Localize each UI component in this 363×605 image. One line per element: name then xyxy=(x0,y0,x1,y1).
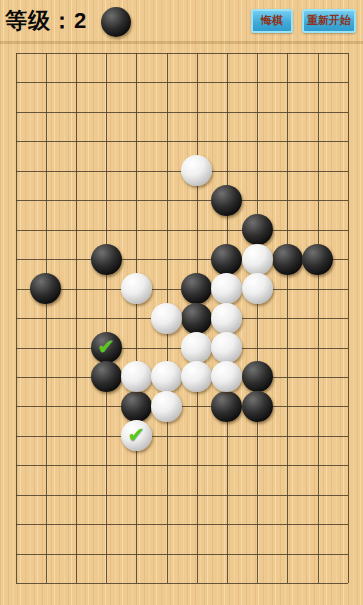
grid-line-horizontal xyxy=(16,82,348,83)
white-stone xyxy=(151,391,182,422)
black-stone xyxy=(91,244,122,275)
white-stone xyxy=(211,273,242,304)
button-group: 悔棋 重新开始 xyxy=(251,9,358,33)
white-stone xyxy=(121,361,152,392)
white-stone xyxy=(181,332,212,363)
board[interactable]: ✔✔ xyxy=(0,44,363,605)
black-stone xyxy=(181,303,212,334)
white-stone: ✔ xyxy=(121,420,152,451)
grid-line-horizontal xyxy=(16,524,348,525)
white-stone xyxy=(121,273,152,304)
black-stone: ✔ xyxy=(91,332,122,363)
grid-line-vertical xyxy=(348,53,349,583)
header-bar: 等级：2 悔棋 重新开始 xyxy=(0,0,363,44)
black-stone xyxy=(242,214,273,245)
black-stone xyxy=(211,391,242,422)
white-stone xyxy=(151,303,182,334)
grid-line-horizontal xyxy=(16,436,348,437)
grid-line-horizontal xyxy=(16,200,348,201)
white-stone xyxy=(181,155,212,186)
grid-line-horizontal xyxy=(16,53,348,54)
black-stone xyxy=(91,361,122,392)
white-stone xyxy=(242,244,273,275)
black-stone xyxy=(211,185,242,216)
black-stone xyxy=(121,391,152,422)
white-stone xyxy=(242,273,273,304)
black-stone xyxy=(272,244,303,275)
black-stone xyxy=(211,244,242,275)
white-stone xyxy=(211,303,242,334)
undo-button[interactable]: 悔棋 xyxy=(251,9,293,33)
grid-line-horizontal xyxy=(16,554,348,555)
grid-line-horizontal xyxy=(16,230,348,231)
white-stone xyxy=(211,332,242,363)
grid-line-horizontal xyxy=(16,465,348,466)
black-stone xyxy=(302,244,333,275)
last-move-check-icon: ✔ xyxy=(127,424,145,445)
grid-line-horizontal xyxy=(16,583,348,584)
level-label: 等级：2 xyxy=(5,6,87,36)
restart-button[interactable]: 重新开始 xyxy=(302,9,356,33)
white-stone xyxy=(151,361,182,392)
grid-line-horizontal xyxy=(16,112,348,113)
white-stone xyxy=(211,361,242,392)
last-move-check-icon: ✔ xyxy=(97,336,115,357)
current-player-black-stone-icon xyxy=(101,7,131,37)
grid-line-horizontal xyxy=(16,495,348,496)
black-stone xyxy=(181,273,212,304)
black-stone xyxy=(30,273,61,304)
grid-line-horizontal xyxy=(16,141,348,142)
black-stone xyxy=(242,361,273,392)
black-stone xyxy=(242,391,273,422)
white-stone xyxy=(181,361,212,392)
